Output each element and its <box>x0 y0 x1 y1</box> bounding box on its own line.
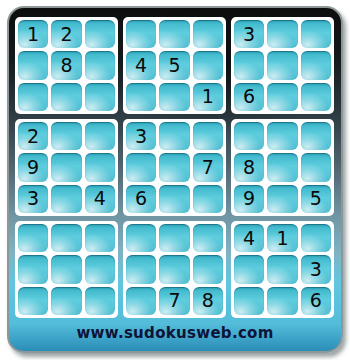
cell-r9c5[interactable]: 7 <box>159 287 189 315</box>
cell-r1c7[interactable]: 3 <box>234 20 264 48</box>
cell-r6c6[interactable] <box>193 185 223 213</box>
cell-r4c2[interactable] <box>51 122 81 150</box>
box-6: 895 <box>231 119 334 216</box>
box-8: 78 <box>123 221 226 318</box>
cell-r3c2[interactable] <box>51 83 81 111</box>
cell-r3c7[interactable]: 6 <box>234 83 264 111</box>
board-frame: 128451362934376895784136 www.sudokusweb.… <box>7 6 343 353</box>
cell-r7c4[interactable] <box>126 224 156 252</box>
cell-r6c2[interactable] <box>51 185 81 213</box>
cell-r3c9[interactable] <box>301 83 331 111</box>
cell-r9c4[interactable] <box>126 287 156 315</box>
cell-r5c3[interactable] <box>85 153 115 181</box>
box-5: 376 <box>123 119 226 216</box>
cell-r3c8[interactable] <box>267 83 297 111</box>
cell-r7c3[interactable] <box>85 224 115 252</box>
cell-r4c8[interactable] <box>267 122 297 150</box>
cell-r4c5[interactable] <box>159 122 189 150</box>
cell-r1c5[interactable] <box>159 20 189 48</box>
cell-r5c7[interactable]: 8 <box>234 153 264 181</box>
cell-r3c4[interactable] <box>126 83 156 111</box>
cell-r8c4[interactable] <box>126 255 156 283</box>
cell-r7c9[interactable] <box>301 224 331 252</box>
cell-r7c6[interactable] <box>193 224 223 252</box>
cell-r1c8[interactable] <box>267 20 297 48</box>
cell-r7c8[interactable]: 1 <box>267 224 297 252</box>
box-4: 2934 <box>15 119 118 216</box>
cell-r5c8[interactable] <box>267 153 297 181</box>
cell-r9c8[interactable] <box>267 287 297 315</box>
cell-r3c5[interactable] <box>159 83 189 111</box>
cell-r9c6[interactable]: 8 <box>193 287 223 315</box>
cell-r5c6[interactable]: 7 <box>193 153 223 181</box>
sudoku-grid: 128451362934376895784136 <box>15 17 334 318</box>
cell-r5c1[interactable]: 9 <box>18 153 48 181</box>
cell-r1c1[interactable]: 1 <box>18 20 48 48</box>
cell-r1c6[interactable] <box>193 20 223 48</box>
cell-r4c1[interactable]: 2 <box>18 122 48 150</box>
cell-r4c6[interactable] <box>193 122 223 150</box>
box-3: 36 <box>231 17 334 114</box>
cell-r2c6[interactable] <box>193 51 223 79</box>
cell-r8c5[interactable] <box>159 255 189 283</box>
cell-r7c1[interactable] <box>18 224 48 252</box>
box-1: 128 <box>15 17 118 114</box>
cell-r6c3[interactable]: 4 <box>85 185 115 213</box>
cell-r7c2[interactable] <box>51 224 81 252</box>
cell-r6c1[interactable]: 3 <box>18 185 48 213</box>
cell-r4c3[interactable] <box>85 122 115 150</box>
cell-r8c1[interactable] <box>18 255 48 283</box>
cell-r4c4[interactable]: 3 <box>126 122 156 150</box>
cell-r8c7[interactable] <box>234 255 264 283</box>
box-7 <box>15 221 118 318</box>
cell-r6c4[interactable]: 6 <box>126 185 156 213</box>
cell-r1c4[interactable] <box>126 20 156 48</box>
cell-r6c9[interactable]: 5 <box>301 185 331 213</box>
cell-r9c2[interactable] <box>51 287 81 315</box>
cell-r1c9[interactable] <box>301 20 331 48</box>
cell-r5c5[interactable] <box>159 153 189 181</box>
cell-r9c9[interactable]: 6 <box>301 287 331 315</box>
cell-r5c9[interactable] <box>301 153 331 181</box>
box-2: 451 <box>123 17 226 114</box>
cell-r7c5[interactable] <box>159 224 189 252</box>
cell-r6c5[interactable] <box>159 185 189 213</box>
cell-r2c2[interactable]: 8 <box>51 51 81 79</box>
cell-r6c8[interactable] <box>267 185 297 213</box>
cell-r9c7[interactable] <box>234 287 264 315</box>
cell-r4c9[interactable] <box>301 122 331 150</box>
cell-r7c7[interactable]: 4 <box>234 224 264 252</box>
cell-r3c3[interactable] <box>85 83 115 111</box>
cell-r2c1[interactable] <box>18 51 48 79</box>
cell-r3c6[interactable]: 1 <box>193 83 223 111</box>
cell-r2c9[interactable] <box>301 51 331 79</box>
cell-r3c1[interactable] <box>18 83 48 111</box>
cell-r8c6[interactable] <box>193 255 223 283</box>
cell-r6c7[interactable]: 9 <box>234 185 264 213</box>
cell-r9c3[interactable] <box>85 287 115 315</box>
cell-r2c7[interactable] <box>234 51 264 79</box>
cell-r8c8[interactable] <box>267 255 297 283</box>
cell-r1c2[interactable]: 2 <box>51 20 81 48</box>
cell-r2c3[interactable] <box>85 51 115 79</box>
box-9: 4136 <box>231 221 334 318</box>
footer: www.sudokusweb.com <box>9 322 341 344</box>
cell-r4c7[interactable] <box>234 122 264 150</box>
cell-r8c9[interactable]: 3 <box>301 255 331 283</box>
cell-r2c8[interactable] <box>267 51 297 79</box>
cell-r9c1[interactable] <box>18 287 48 315</box>
cell-r5c4[interactable] <box>126 153 156 181</box>
cell-r8c3[interactable] <box>85 255 115 283</box>
cell-r2c5[interactable]: 5 <box>159 51 189 79</box>
cell-r5c2[interactable] <box>51 153 81 181</box>
cell-r1c3[interactable] <box>85 20 115 48</box>
site-url[interactable]: www.sudokusweb.com <box>76 324 273 342</box>
cell-r8c2[interactable] <box>51 255 81 283</box>
cell-r2c4[interactable]: 4 <box>126 51 156 79</box>
